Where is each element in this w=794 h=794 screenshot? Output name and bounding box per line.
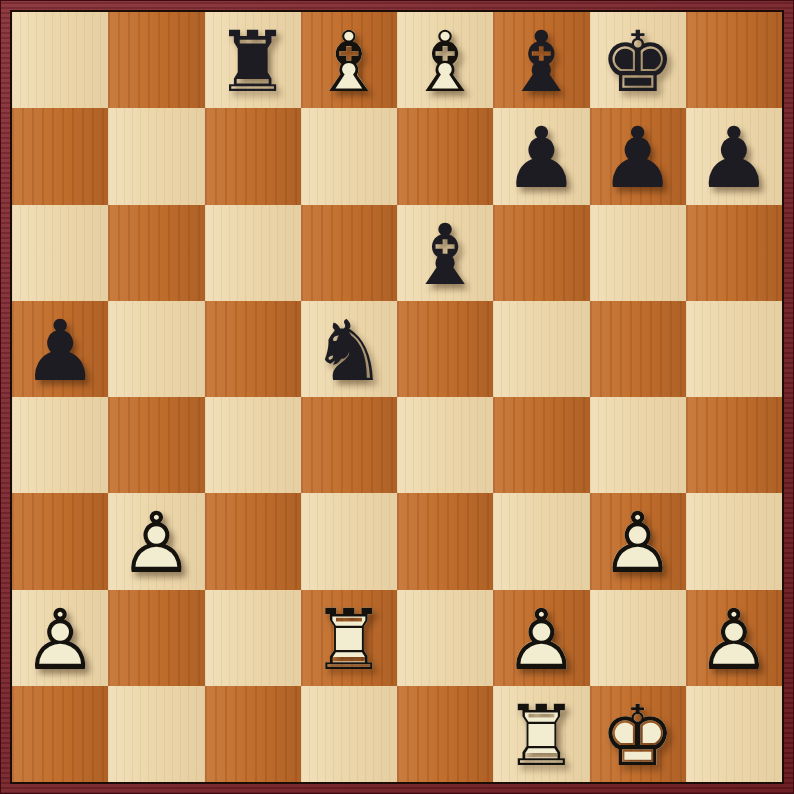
- square-f2[interactable]: ♟♙: [493, 590, 589, 686]
- square-a8[interactable]: [12, 12, 108, 108]
- square-h2[interactable]: ♟♙: [686, 590, 782, 686]
- square-a2[interactable]: ♟♙: [12, 590, 108, 686]
- black-knight-fill-glyph: ♞: [301, 301, 397, 397]
- square-e1[interactable]: [397, 686, 493, 782]
- black-pawn-g7[interactable]: ♟: [590, 108, 686, 204]
- square-d1[interactable]: [301, 686, 397, 782]
- square-c6[interactable]: [205, 205, 301, 301]
- square-h6[interactable]: [686, 205, 782, 301]
- square-g8[interactable]: ♚: [590, 12, 686, 108]
- square-c7[interactable]: [205, 108, 301, 204]
- square-g3[interactable]: ♟♙: [590, 493, 686, 589]
- black-bishop-fill-glyph: ♝: [493, 12, 589, 108]
- white-bishop-d8[interactable]: ♝♗: [301, 12, 397, 108]
- black-pawn-fill-glyph: ♟: [686, 108, 782, 204]
- square-a4[interactable]: [12, 397, 108, 493]
- square-g5[interactable]: [590, 301, 686, 397]
- square-f4[interactable]: [493, 397, 589, 493]
- square-d3[interactable]: [301, 493, 397, 589]
- square-d8[interactable]: ♝♗: [301, 12, 397, 108]
- square-g7[interactable]: ♟: [590, 108, 686, 204]
- black-rook-fill-glyph: ♜: [205, 12, 301, 108]
- square-a7[interactable]: [12, 108, 108, 204]
- square-c3[interactable]: [205, 493, 301, 589]
- square-h8[interactable]: [686, 12, 782, 108]
- black-bishop-fill-glyph: ♝: [397, 205, 493, 301]
- black-pawn-fill-glyph: ♟: [493, 108, 589, 204]
- square-g2[interactable]: [590, 590, 686, 686]
- square-b1[interactable]: [108, 686, 204, 782]
- square-d5[interactable]: ♞: [301, 301, 397, 397]
- square-g1[interactable]: ♚♔: [590, 686, 686, 782]
- square-e7[interactable]: [397, 108, 493, 204]
- white-bishop-e8[interactable]: ♝♗: [397, 12, 493, 108]
- white-pawn-g3[interactable]: ♟♙: [590, 493, 686, 589]
- white-rook-d2[interactable]: ♜♖: [301, 590, 397, 686]
- square-b5[interactable]: [108, 301, 204, 397]
- black-bishop-e6[interactable]: ♝: [397, 205, 493, 301]
- black-rook-c8[interactable]: ♜: [205, 12, 301, 108]
- white-pawn-outline-glyph: ♙: [493, 590, 589, 686]
- black-pawn-fill-glyph: ♟: [590, 108, 686, 204]
- square-e4[interactable]: [397, 397, 493, 493]
- square-e3[interactable]: [397, 493, 493, 589]
- square-c8[interactable]: ♜: [205, 12, 301, 108]
- square-d7[interactable]: [301, 108, 397, 204]
- square-h3[interactable]: [686, 493, 782, 589]
- square-e5[interactable]: [397, 301, 493, 397]
- white-pawn-h2[interactable]: ♟♙: [686, 590, 782, 686]
- square-e6[interactable]: ♝: [397, 205, 493, 301]
- square-a3[interactable]: [12, 493, 108, 589]
- black-king-g8[interactable]: ♚: [590, 12, 686, 108]
- square-d4[interactable]: [301, 397, 397, 493]
- white-king-outline-glyph: ♔: [590, 686, 686, 782]
- white-pawn-f2[interactable]: ♟♙: [493, 590, 589, 686]
- square-b4[interactable]: [108, 397, 204, 493]
- square-d2[interactable]: ♜♖: [301, 590, 397, 686]
- square-h4[interactable]: [686, 397, 782, 493]
- white-rook-f1[interactable]: ♜♖: [493, 686, 589, 782]
- square-f3[interactable]: [493, 493, 589, 589]
- square-c2[interactable]: [205, 590, 301, 686]
- square-b7[interactable]: [108, 108, 204, 204]
- black-king-fill-glyph: ♚: [590, 12, 686, 108]
- black-pawn-f7[interactable]: ♟: [493, 108, 589, 204]
- black-pawn-fill-glyph: ♟: [12, 301, 108, 397]
- square-f5[interactable]: [493, 301, 589, 397]
- square-a1[interactable]: [12, 686, 108, 782]
- square-c1[interactable]: [205, 686, 301, 782]
- square-f6[interactable]: [493, 205, 589, 301]
- black-pawn-a5[interactable]: ♟: [12, 301, 108, 397]
- square-g4[interactable]: [590, 397, 686, 493]
- square-e2[interactable]: [397, 590, 493, 686]
- square-c4[interactable]: [205, 397, 301, 493]
- square-a6[interactable]: [12, 205, 108, 301]
- white-pawn-outline-glyph: ♙: [108, 493, 204, 589]
- black-bishop-f8[interactable]: ♝: [493, 12, 589, 108]
- square-f8[interactable]: ♝: [493, 12, 589, 108]
- white-bishop-outline-glyph: ♗: [301, 12, 397, 108]
- square-e8[interactable]: ♝♗: [397, 12, 493, 108]
- square-h5[interactable]: [686, 301, 782, 397]
- white-pawn-outline-glyph: ♙: [12, 590, 108, 686]
- square-g6[interactable]: [590, 205, 686, 301]
- white-king-g1[interactable]: ♚♔: [590, 686, 686, 782]
- square-b6[interactable]: [108, 205, 204, 301]
- white-rook-outline-glyph: ♖: [301, 590, 397, 686]
- white-pawn-a2[interactable]: ♟♙: [12, 590, 108, 686]
- black-pawn-h7[interactable]: ♟: [686, 108, 782, 204]
- chess-board: ♜♝♗♝♗♝♚♟♟♟♝♟♞♟♙♟♙♟♙♜♖♟♙♟♙♜♖♚♔: [10, 10, 784, 784]
- square-b3[interactable]: ♟♙: [108, 493, 204, 589]
- square-d6[interactable]: [301, 205, 397, 301]
- white-pawn-b3[interactable]: ♟♙: [108, 493, 204, 589]
- square-c5[interactable]: [205, 301, 301, 397]
- black-knight-d5[interactable]: ♞: [301, 301, 397, 397]
- white-bishop-outline-glyph: ♗: [397, 12, 493, 108]
- square-a5[interactable]: ♟: [12, 301, 108, 397]
- square-f7[interactable]: ♟: [493, 108, 589, 204]
- white-pawn-outline-glyph: ♙: [686, 590, 782, 686]
- chess-board-frame: ♜♝♗♝♗♝♚♟♟♟♝♟♞♟♙♟♙♟♙♜♖♟♙♟♙♜♖♚♔: [0, 0, 794, 794]
- square-h1[interactable]: [686, 686, 782, 782]
- square-b2[interactable]: [108, 590, 204, 686]
- square-f1[interactable]: ♜♖: [493, 686, 589, 782]
- square-b8[interactable]: [108, 12, 204, 108]
- square-h7[interactable]: ♟: [686, 108, 782, 204]
- white-pawn-outline-glyph: ♙: [590, 493, 686, 589]
- white-rook-outline-glyph: ♖: [493, 686, 589, 782]
